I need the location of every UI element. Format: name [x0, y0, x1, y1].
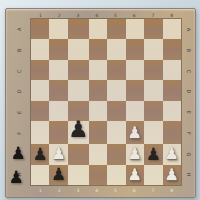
square-d6[interactable] [89, 60, 107, 80]
black-pawn-a2[interactable]: ♟ [33, 146, 48, 163]
square-c7[interactable] [68, 39, 89, 59]
square-a3[interactable] [31, 121, 49, 144]
square-e4[interactable] [107, 101, 125, 121]
square-b7[interactable] [49, 39, 67, 59]
right-coordinate-label: C [179, 66, 200, 76]
square-a8[interactable] [31, 19, 49, 39]
top-coordinate-label: 4 [87, 11, 106, 19]
square-h5[interactable] [163, 80, 181, 100]
square-g1[interactable] [144, 165, 162, 185]
square-e1[interactable] [107, 165, 125, 185]
square-h3[interactable] [163, 121, 181, 144]
chess-board-frame: ABCDEFGH ABCDEFGH 12345678 12345678 ♟♟♟♟… [5, 8, 196, 198]
square-g8[interactable] [144, 19, 162, 39]
square-d2[interactable] [89, 144, 107, 164]
top-coordinate-label: 7 [144, 11, 163, 19]
square-d4[interactable] [89, 101, 107, 121]
square-h8[interactable] [163, 19, 181, 39]
black-pawn-g2[interactable]: ♟ [146, 146, 161, 163]
white-pawn-f1[interactable]: ♟ [128, 167, 142, 183]
top-coordinate-label: 8 [162, 11, 181, 19]
square-g4[interactable] [144, 101, 162, 121]
square-b5[interactable] [49, 80, 67, 100]
square-e2[interactable] [107, 144, 125, 164]
left-coordinate-label: B [9, 45, 30, 55]
white-pawn-f3[interactable]: ♟ [128, 125, 142, 141]
top-frame-numbers: 12345678 [31, 11, 181, 19]
top-coordinate-label: 3 [69, 11, 88, 19]
white-pawn-h1[interactable]: ♟ [165, 167, 179, 183]
bottom-coordinate-label: 4 [87, 186, 106, 194]
square-a4[interactable] [31, 101, 49, 121]
offboard-black-pawn-2[interactable]: ♟ [7, 167, 25, 187]
square-a1[interactable] [31, 165, 49, 185]
square-a2[interactable]: ♟ [31, 144, 49, 164]
square-g7[interactable] [144, 39, 162, 59]
offboard-black-pawn-1[interactable]: ♟ [9, 143, 27, 163]
bottom-coordinate-label: 8 [162, 186, 181, 194]
square-d3[interactable] [89, 121, 107, 144]
square-g5[interactable] [144, 80, 162, 100]
square-b3[interactable] [49, 121, 67, 144]
square-g2[interactable]: ♟ [144, 144, 162, 164]
square-h1[interactable]: ♟ [163, 165, 181, 185]
right-frame-letters: ABCDEFGH [184, 19, 194, 185]
square-e5[interactable] [107, 80, 125, 100]
square-h7[interactable] [163, 39, 181, 59]
square-a6[interactable] [31, 60, 49, 80]
square-f7[interactable] [126, 39, 144, 59]
left-coordinate-label: D [9, 87, 30, 97]
square-f1[interactable]: ♟ [126, 165, 144, 185]
square-d1[interactable] [89, 165, 107, 185]
left-coordinate-label: C [9, 66, 30, 76]
bottom-frame-numbers: 12345678 [31, 186, 181, 194]
square-e7[interactable] [107, 39, 125, 59]
square-h6[interactable] [163, 60, 181, 80]
square-e3[interactable] [107, 121, 125, 144]
square-c5[interactable] [68, 80, 89, 100]
top-coordinate-label: 5 [106, 11, 125, 19]
square-f5[interactable] [126, 80, 144, 100]
right-coordinate-label: G [179, 149, 200, 159]
square-b1[interactable]: ♟ [49, 165, 67, 185]
square-g6[interactable] [144, 60, 162, 80]
square-h2[interactable]: ♟ [163, 144, 181, 164]
square-e8[interactable] [107, 19, 125, 39]
square-b8[interactable] [49, 19, 67, 39]
top-coordinate-label: 2 [50, 11, 69, 19]
square-d7[interactable] [89, 39, 107, 59]
board-grid: ♟♟♟♟♟♟♟♟♟♟ [31, 19, 181, 185]
right-coordinate-label: D [179, 87, 200, 97]
square-c3[interactable]: ♟ [68, 121, 89, 144]
square-f8[interactable] [126, 19, 144, 39]
right-coordinate-label: E [179, 107, 200, 117]
right-coordinate-label: B [179, 45, 200, 55]
square-d5[interactable] [89, 80, 107, 100]
square-a5[interactable] [31, 80, 49, 100]
square-g3[interactable] [144, 121, 162, 144]
square-f2[interactable]: ♟ [126, 144, 144, 164]
square-h4[interactable] [163, 101, 181, 121]
square-f3[interactable]: ♟ [126, 121, 144, 144]
left-coordinate-label: A [9, 24, 30, 34]
square-c8[interactable] [68, 19, 89, 39]
square-f6[interactable] [126, 60, 144, 80]
square-c6[interactable] [68, 60, 89, 80]
white-pawn-f2[interactable]: ♟ [128, 146, 142, 162]
right-coordinate-label: F [179, 128, 200, 138]
black-pawn-b1[interactable]: ♟ [51, 166, 66, 183]
square-b4[interactable] [49, 101, 67, 121]
left-coordinate-label: F [9, 128, 30, 138]
right-coordinate-label: A [179, 24, 200, 34]
square-c2[interactable] [68, 144, 89, 164]
top-coordinate-label: 1 [31, 11, 50, 19]
square-e6[interactable] [107, 60, 125, 80]
bottom-coordinate-label: 6 [125, 186, 144, 194]
left-coordinate-label: E [9, 107, 30, 117]
bottom-coordinate-label: 2 [50, 186, 69, 194]
right-coordinate-label: H [179, 170, 200, 180]
black-pawn-c3[interactable]: ♟ [68, 118, 89, 141]
bottom-coordinate-label: 3 [69, 186, 88, 194]
bottom-coordinate-label: 5 [106, 186, 125, 194]
square-f4[interactable] [126, 101, 144, 121]
board-photo: ABCDEFGH ABCDEFGH 12345678 12345678 ♟♟♟♟… [0, 0, 200, 200]
white-pawn-b2[interactable]: ♟ [52, 146, 66, 162]
square-b2[interactable]: ♟ [49, 144, 67, 164]
white-pawn-h2[interactable]: ♟ [165, 146, 179, 162]
bottom-coordinate-label: 1 [31, 186, 50, 194]
square-c1[interactable] [68, 165, 89, 185]
square-b6[interactable] [49, 60, 67, 80]
square-a7[interactable] [31, 39, 49, 59]
bottom-coordinate-label: 7 [144, 186, 163, 194]
top-coordinate-label: 6 [125, 11, 144, 19]
square-d8[interactable] [89, 19, 107, 39]
